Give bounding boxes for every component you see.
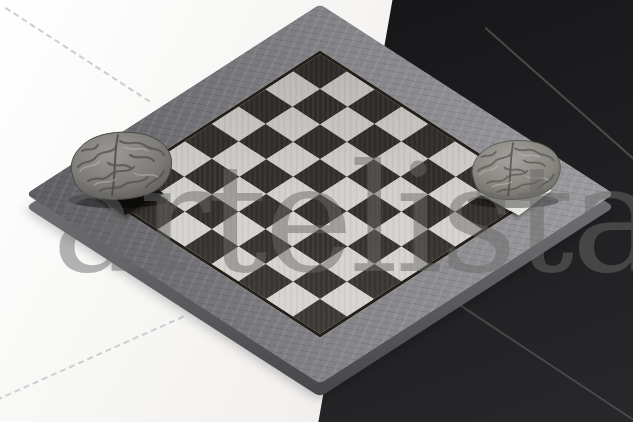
right-brain-figure <box>462 136 568 208</box>
left-brain-svg <box>60 126 180 210</box>
left-brain-figure <box>60 126 180 210</box>
right-brain-svg <box>462 136 568 208</box>
photo-canvas: artelista <box>0 0 633 422</box>
